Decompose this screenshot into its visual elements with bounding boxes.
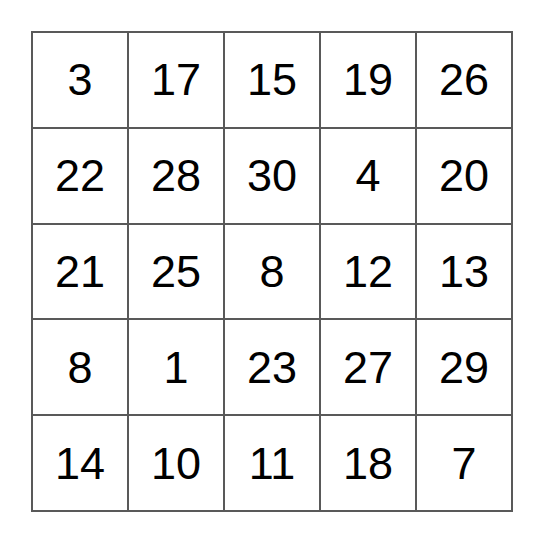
bingo-cell-r4c4: 27: [321, 320, 415, 414]
bingo-cell-r1c5: 26: [417, 33, 511, 127]
bingo-cell-r1c2: 17: [129, 33, 223, 127]
bingo-cell-r4c5: 29: [417, 320, 511, 414]
bingo-cell-r3c2: 25: [129, 225, 223, 319]
bingo-cell-r3c1: 21: [33, 225, 127, 319]
bingo-cell-r2c3: 30: [225, 129, 319, 223]
bingo-cell-r1c4: 19: [321, 33, 415, 127]
bingo-cell-r3c4: 12: [321, 225, 415, 319]
bingo-cell-r2c4: 4: [321, 129, 415, 223]
bingo-cell-r5c3: 11: [225, 416, 319, 510]
bingo-cell-r2c1: 22: [33, 129, 127, 223]
bingo-cell-r4c2: 1: [129, 320, 223, 414]
bingo-cell-r3c3: 8: [225, 225, 319, 319]
bingo-cell-r1c1: 3: [33, 33, 127, 127]
bingo-cell-r2c5: 20: [417, 129, 511, 223]
bingo-cell-r4c1: 8: [33, 320, 127, 414]
bingo-cell-r5c1: 14: [33, 416, 127, 510]
bingo-cell-r3c5: 13: [417, 225, 511, 319]
bingo-cell-r5c5: 7: [417, 416, 511, 510]
bingo-cell-r5c2: 10: [129, 416, 223, 510]
bingo-cell-r2c2: 28: [129, 129, 223, 223]
bingo-cell-r5c4: 18: [321, 416, 415, 510]
bingo-cell-r1c3: 15: [225, 33, 319, 127]
bingo-card-grid: 3171519262228304202125812138123272914101…: [31, 31, 513, 512]
bingo-cell-r4c3: 23: [225, 320, 319, 414]
